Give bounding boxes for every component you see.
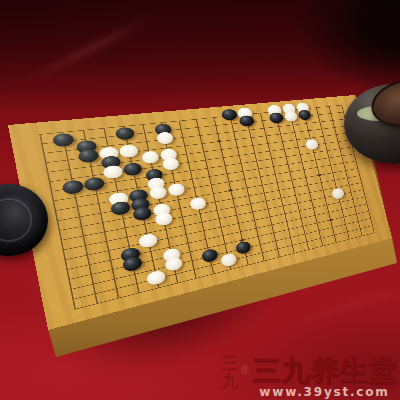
white-stone [154,214,175,226]
black-stone [122,258,144,272]
watermark-url: www.39yst.com [259,385,389,399]
white-stone [138,236,159,249]
white-stone [163,258,184,271]
white-stone [102,167,124,179]
black-stone [221,111,239,120]
black-stone [115,129,136,140]
black-stone [61,182,85,195]
white-stone [304,141,319,150]
black-stone [200,250,219,263]
black-stone [238,117,255,126]
black-stone [132,209,153,222]
watermark-brand: 三九养生堂 [252,356,397,385]
black-stone [235,242,253,254]
white-stone [220,255,239,268]
watermark: 三 九 养生堂 三九养生堂 www.39yst.com [222,355,397,399]
black-stone [110,203,132,216]
black-stone [52,136,76,148]
white-stone [331,190,346,200]
white-stone [161,159,181,170]
watermark-seal: 三 九 养生堂 [222,355,249,391]
white-stone [189,199,208,211]
white-stone [148,188,169,200]
white-stone [146,272,167,286]
black-stone [77,152,100,164]
watermark-seal-side: 养生堂 [240,356,249,359]
white-stone [155,134,175,145]
watermark-seal-char: 九 [222,373,239,391]
white-stone [167,185,187,197]
black-stone [83,179,106,191]
black-stone [297,112,312,121]
white-stone [140,153,161,164]
black-stone [122,164,143,176]
white-stone [119,147,140,158]
photo-scene: 三 九 养生堂 三九养生堂 www.39yst.com [0,0,400,400]
